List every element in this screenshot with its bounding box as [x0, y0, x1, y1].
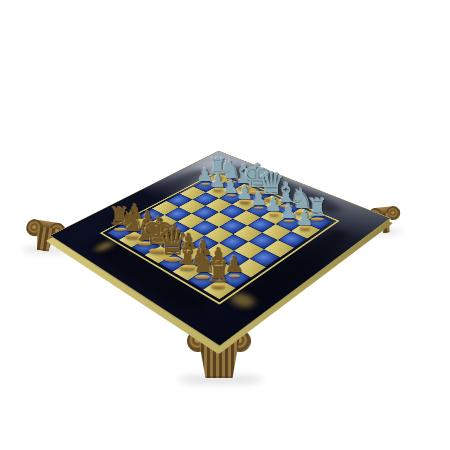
chess-board [49, 151, 391, 347]
chess-board-scene: ♜♟♟♜♞♟♟♞♝♟♟♝♚♟♟♚♛♟♟♛♝♟♟♝♞♟♟♞♜♟♟♜ [0, 0, 450, 450]
product-photo-chess-set[interactable]: ♜♟♟♜♞♟♟♞♝♟♟♝♚♟♟♚♛♟♟♛♝♟♟♝♞♟♟♞♜♟♟♜ [0, 0, 450, 450]
